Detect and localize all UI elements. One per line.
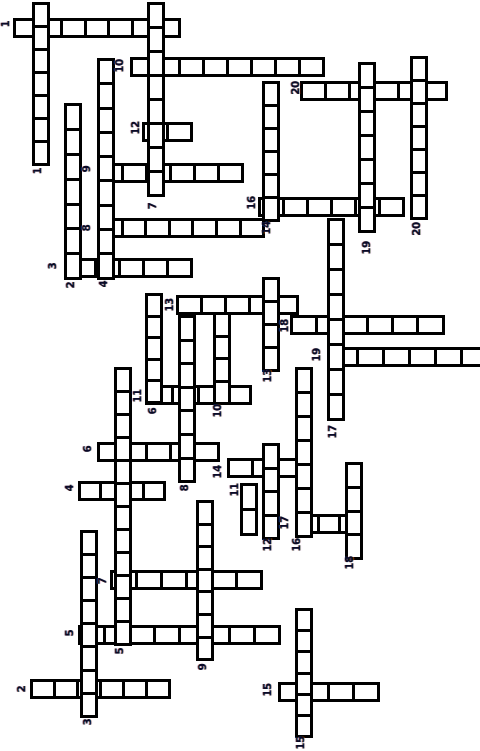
clue-number-6-horizontal: 6 bbox=[78, 440, 96, 458]
answer-cell-19v-6[interactable] bbox=[361, 185, 373, 206]
clue-number-15-vertical: 15 bbox=[291, 734, 309, 751]
word-16-horizontal bbox=[258, 197, 405, 217]
answer-cell-14v-3[interactable] bbox=[265, 130, 277, 150]
word-17-vertical bbox=[327, 218, 345, 421]
answer-cell-5v-10[interactable] bbox=[117, 577, 129, 597]
clue-number-1-vertical: 1 bbox=[28, 162, 46, 180]
answer-cell-9h-6[interactable] bbox=[220, 166, 241, 180]
answer-cell-18v-1[interactable] bbox=[348, 465, 360, 486]
answer-cell-10h-4[interactable] bbox=[205, 60, 226, 74]
answer-cell-8v-4[interactable] bbox=[181, 389, 193, 410]
word-15-horizontal bbox=[278, 682, 380, 702]
answer-cell-19v-5[interactable] bbox=[361, 161, 373, 182]
answer-cell-3h-5[interactable] bbox=[169, 261, 190, 275]
answer-cell-11v-2[interactable] bbox=[243, 511, 255, 533]
answer-cell-10v-1[interactable] bbox=[216, 315, 228, 335]
answer-cell-19h-3[interactable] bbox=[385, 350, 408, 364]
clue-number-20-vertical: 20 bbox=[407, 220, 425, 238]
answer-cell-2v-7[interactable] bbox=[67, 255, 79, 277]
answer-cell-5v-3[interactable] bbox=[117, 416, 129, 436]
answer-cell-2v-4[interactable] bbox=[67, 181, 79, 203]
answer-cell-16v-7[interactable] bbox=[298, 514, 310, 535]
answer-cell-9h-4[interactable] bbox=[172, 166, 193, 180]
clue-number-14-vertical: 14 bbox=[257, 219, 275, 237]
answer-cell-3v-1[interactable] bbox=[83, 533, 95, 553]
answer-cell-3h-3[interactable] bbox=[121, 261, 142, 275]
answer-cell-5v-4[interactable] bbox=[117, 439, 129, 459]
answer-cell-20v-4[interactable] bbox=[413, 128, 425, 148]
answer-cell-17v-4[interactable] bbox=[330, 296, 342, 318]
answer-cell-16h-6[interactable] bbox=[381, 200, 402, 214]
answer-cell-2h-4[interactable] bbox=[102, 682, 122, 696]
answer-cell-5v-8[interactable] bbox=[117, 531, 129, 551]
answer-cell-6v-5[interactable] bbox=[148, 382, 160, 401]
clue-number-13-vertical: 13 bbox=[258, 367, 276, 385]
answer-cell-10h-8[interactable] bbox=[301, 60, 322, 74]
answer-cell-1v-5[interactable] bbox=[35, 97, 47, 117]
answer-cell-9h-2[interactable] bbox=[124, 166, 145, 180]
clue-number-18-vertical: 18 bbox=[340, 554, 358, 572]
answer-cell-5h-7[interactable] bbox=[231, 628, 253, 642]
answer-cell-19v-3[interactable] bbox=[361, 113, 373, 134]
clue-number-3-vertical: 3 bbox=[78, 713, 96, 731]
answer-cell-1v-1[interactable] bbox=[35, 5, 47, 25]
answer-cell-5v-9[interactable] bbox=[117, 554, 129, 574]
answer-cell-2h-2[interactable] bbox=[56, 682, 76, 696]
answer-cell-4v-8[interactable] bbox=[100, 231, 112, 252]
clue-number-5-horizontal: 5 bbox=[60, 624, 78, 642]
word-13-horizontal bbox=[176, 295, 299, 315]
clue-number-17-horizontal: 17 bbox=[275, 514, 293, 532]
crossword-board: 1102012916831318191161441775215174201914… bbox=[0, 0, 480, 751]
clue-number-8-vertical: 8 bbox=[175, 479, 193, 497]
answer-cell-15v-5[interactable] bbox=[298, 696, 310, 714]
answer-cell-7v-3[interactable] bbox=[150, 53, 162, 74]
answer-cell-19h-6[interactable] bbox=[463, 350, 480, 364]
word-19-vertical bbox=[358, 62, 376, 233]
clue-number-10-horizontal: 10 bbox=[110, 57, 128, 75]
answer-cell-20v-6[interactable] bbox=[413, 174, 425, 194]
answer-cell-7v-7[interactable] bbox=[150, 149, 162, 170]
answer-cell-18h-6[interactable] bbox=[419, 318, 441, 332]
clue-number-12-vertical: 12 bbox=[258, 536, 276, 554]
answer-cell-3v-7[interactable] bbox=[83, 672, 95, 692]
word-16-vertical bbox=[295, 367, 313, 538]
answer-cell-15h-3[interactable] bbox=[330, 685, 352, 699]
word-3-vertical bbox=[80, 530, 98, 718]
answer-cell-6h-5[interactable] bbox=[196, 445, 217, 459]
answer-cell-19h-5[interactable] bbox=[437, 350, 460, 364]
word-10-vertical bbox=[213, 312, 231, 405]
answer-cell-9v-4[interactable] bbox=[199, 571, 211, 591]
answer-cell-8h-6[interactable] bbox=[218, 221, 239, 235]
clue-number-13-horizontal: 13 bbox=[160, 296, 178, 314]
answer-cell-20v-2[interactable] bbox=[413, 82, 425, 102]
answer-cell-16h-4[interactable] bbox=[333, 200, 354, 214]
answer-cell-18h-5[interactable] bbox=[394, 318, 416, 332]
answer-cell-12v-2[interactable] bbox=[265, 470, 277, 491]
answer-cell-5v-11[interactable] bbox=[117, 600, 129, 620]
answer-cell-1h-3[interactable] bbox=[63, 21, 84, 35]
word-2-horizontal bbox=[30, 679, 171, 699]
answer-cell-19v-1[interactable] bbox=[361, 65, 373, 86]
clue-number-18-horizontal: 18 bbox=[275, 317, 293, 335]
answer-cell-15h-4[interactable] bbox=[355, 685, 377, 699]
answer-cell-19h-2[interactable] bbox=[359, 350, 382, 364]
answer-cell-4v-2[interactable] bbox=[100, 85, 112, 106]
answer-cell-19v-7[interactable] bbox=[361, 209, 373, 230]
answer-cell-10v-3[interactable] bbox=[216, 360, 228, 380]
answer-cell-9v-1[interactable] bbox=[199, 503, 211, 523]
answer-cell-14v-2[interactable] bbox=[265, 107, 277, 127]
answer-cell-5h-3[interactable] bbox=[131, 628, 153, 642]
answer-cell-5h-4[interactable] bbox=[156, 628, 178, 642]
answer-cell-8h-3[interactable] bbox=[147, 221, 168, 235]
clue-number-16-vertical: 16 bbox=[287, 536, 305, 554]
answer-cell-1v-2[interactable] bbox=[35, 28, 47, 48]
answer-cell-2h-6[interactable] bbox=[148, 682, 168, 696]
answer-cell-8v-6[interactable] bbox=[181, 436, 193, 457]
answer-cell-9h-5[interactable] bbox=[196, 166, 217, 180]
answer-cell-1h-4[interactable] bbox=[87, 21, 108, 35]
answer-cell-4h-1[interactable] bbox=[81, 484, 99, 498]
answer-cell-13h-3[interactable] bbox=[227, 298, 248, 312]
answer-cell-16v-2[interactable] bbox=[298, 394, 310, 415]
answer-cell-8v-1[interactable] bbox=[181, 318, 193, 339]
word-14-vertical bbox=[262, 81, 280, 222]
answer-cell-16v-6[interactable] bbox=[298, 490, 310, 511]
answer-cell-7v-6[interactable] bbox=[150, 125, 162, 146]
word-8-horizontal bbox=[97, 218, 265, 238]
clue-number-6-vertical: 6 bbox=[143, 402, 161, 420]
clue-number-7-vertical: 7 bbox=[143, 197, 161, 215]
answer-cell-17v-3[interactable] bbox=[330, 271, 342, 293]
answer-cell-4v-7[interactable] bbox=[100, 207, 112, 228]
clue-number-2-horizontal: 2 bbox=[12, 680, 30, 698]
answer-cell-9v-5[interactable] bbox=[199, 593, 211, 613]
clue-number-8-horizontal: 8 bbox=[77, 219, 95, 237]
answer-cell-8v-5[interactable] bbox=[181, 412, 193, 433]
word-5-vertical bbox=[114, 367, 132, 646]
answer-cell-15v-2[interactable] bbox=[298, 632, 310, 650]
word-7-horizontal bbox=[110, 570, 263, 590]
answer-cell-20h-2[interactable] bbox=[327, 84, 348, 98]
clue-number-7-horizontal: 7 bbox=[93, 572, 111, 590]
answer-cell-2h-1[interactable] bbox=[33, 682, 53, 696]
answer-cell-8h-4[interactable] bbox=[171, 221, 192, 235]
answer-cell-5h-8[interactable] bbox=[256, 628, 278, 642]
answer-cell-4v-6[interactable] bbox=[100, 182, 112, 203]
answer-cell-14h-1[interactable] bbox=[230, 461, 251, 475]
answer-cell-2v-1[interactable] bbox=[67, 106, 79, 128]
answer-cell-13h-2[interactable] bbox=[203, 298, 224, 312]
answer-cell-19h-4[interactable] bbox=[411, 350, 434, 364]
clue-number-19-horizontal: 19 bbox=[307, 346, 325, 364]
answer-cell-3v-6[interactable] bbox=[83, 648, 95, 668]
answer-cell-15v-6[interactable] bbox=[298, 717, 310, 735]
answer-cell-3h-4[interactable] bbox=[145, 261, 166, 275]
word-18-vertical bbox=[345, 462, 363, 560]
answer-cell-18v-2[interactable] bbox=[348, 489, 360, 510]
answer-cell-4v-3[interactable] bbox=[100, 110, 112, 131]
clue-number-11-vertical: 11 bbox=[225, 481, 243, 499]
answer-cell-8v-7[interactable] bbox=[181, 460, 193, 481]
word-9-horizontal bbox=[97, 163, 244, 183]
word-20-vertical bbox=[410, 56, 428, 220]
answer-cell-14v-1[interactable] bbox=[265, 84, 277, 104]
clue-number-20-horizontal: 20 bbox=[286, 79, 304, 97]
answer-cell-20v-1[interactable] bbox=[413, 59, 425, 79]
answer-cell-19v-2[interactable] bbox=[361, 89, 373, 110]
answer-cell-16v-3[interactable] bbox=[298, 418, 310, 439]
clue-number-12-horizontal: 12 bbox=[126, 119, 144, 137]
answer-cell-3v-4[interactable] bbox=[83, 602, 95, 622]
answer-cell-7h-6[interactable] bbox=[238, 573, 260, 587]
answer-cell-6v-2[interactable] bbox=[148, 318, 160, 337]
word-8-vertical bbox=[178, 315, 196, 483]
answer-cell-4v-9[interactable] bbox=[100, 255, 112, 276]
answer-cell-10h-5[interactable] bbox=[229, 60, 250, 74]
clue-number-4-horizontal: 4 bbox=[60, 479, 78, 497]
answer-cell-16h-2[interactable] bbox=[285, 200, 306, 214]
clue-number-9-vertical: 9 bbox=[193, 658, 211, 676]
clue-number-1-horizontal: 1 bbox=[0, 15, 14, 33]
answer-cell-10v-4[interactable] bbox=[216, 383, 228, 403]
clue-number-14-horizontal: 14 bbox=[208, 463, 226, 481]
answer-cell-17v-2[interactable] bbox=[330, 246, 342, 268]
answer-cell-18h-1[interactable] bbox=[293, 318, 315, 332]
clue-number-9-horizontal: 9 bbox=[77, 160, 95, 178]
answer-cell-16v-1[interactable] bbox=[298, 370, 310, 391]
answer-cell-17h-2[interactable] bbox=[320, 517, 339, 531]
answer-cell-9v-3[interactable] bbox=[199, 548, 211, 568]
answer-cell-6v-3[interactable] bbox=[148, 339, 160, 358]
word-18-horizontal bbox=[290, 315, 445, 335]
answer-cell-1v-7[interactable] bbox=[35, 143, 47, 163]
clue-number-17-vertical: 17 bbox=[323, 423, 341, 441]
answer-cell-2h-5[interactable] bbox=[125, 682, 145, 696]
answer-cell-20h-4[interactable] bbox=[376, 84, 397, 98]
clue-number-3-horizontal: 3 bbox=[43, 257, 61, 275]
answer-cell-6v-1[interactable] bbox=[148, 296, 160, 315]
answer-cell-20h-1[interactable] bbox=[303, 84, 324, 98]
clue-number-15-horizontal: 15 bbox=[258, 681, 276, 699]
answer-cell-7h-2[interactable] bbox=[138, 573, 160, 587]
answer-cell-5v-6[interactable] bbox=[117, 485, 129, 505]
clue-number-2-vertical: 2 bbox=[61, 276, 79, 294]
answer-cell-8h-2[interactable] bbox=[124, 221, 145, 235]
answer-cell-17v-8[interactable] bbox=[330, 396, 342, 418]
answer-cell-13h-1[interactable] bbox=[179, 298, 200, 312]
answer-cell-5v-7[interactable] bbox=[117, 508, 129, 528]
answer-cell-6v-4[interactable] bbox=[148, 361, 160, 380]
answer-cell-2v-2[interactable] bbox=[67, 131, 79, 153]
answer-cell-12h-2[interactable] bbox=[169, 125, 190, 139]
word-7-vertical bbox=[147, 2, 165, 197]
answer-cell-3v-8[interactable] bbox=[83, 695, 95, 715]
answer-cell-1v-4[interactable] bbox=[35, 74, 47, 94]
answer-cell-8v-2[interactable] bbox=[181, 342, 193, 363]
answer-cell-20v-7[interactable] bbox=[413, 197, 425, 217]
answer-cell-11v-1[interactable] bbox=[243, 486, 255, 508]
answer-cell-7v-8[interactable] bbox=[150, 173, 162, 194]
answer-cell-14v-6[interactable] bbox=[265, 199, 277, 219]
answer-cell-17v-1[interactable] bbox=[330, 221, 342, 243]
answer-cell-18v-3[interactable] bbox=[348, 513, 360, 534]
answer-cell-10h-7[interactable] bbox=[277, 60, 298, 74]
answer-cell-18h-4[interactable] bbox=[369, 318, 391, 332]
answer-cell-17v-5[interactable] bbox=[330, 321, 342, 343]
answer-cell-7h-3[interactable] bbox=[163, 573, 185, 587]
answer-cell-4v-5[interactable] bbox=[100, 158, 112, 179]
answer-cell-13v-1[interactable] bbox=[265, 280, 277, 300]
answer-cell-8h-5[interactable] bbox=[194, 221, 215, 235]
answer-cell-14v-4[interactable] bbox=[265, 153, 277, 173]
answer-cell-15v-3[interactable] bbox=[298, 653, 310, 671]
answer-cell-7v-5[interactable] bbox=[150, 101, 162, 122]
answer-cell-17v-6[interactable] bbox=[330, 346, 342, 368]
answer-cell-7v-1[interactable] bbox=[150, 5, 162, 26]
answer-cell-6h-3[interactable] bbox=[148, 445, 169, 459]
answer-cell-1h-5[interactable] bbox=[110, 21, 131, 35]
answer-cell-15v-4[interactable] bbox=[298, 675, 310, 693]
clue-number-4-vertical: 4 bbox=[94, 275, 112, 293]
clue-number-19-vertical: 19 bbox=[357, 239, 375, 257]
word-4-vertical bbox=[97, 58, 115, 280]
answer-cell-19v-4[interactable] bbox=[361, 137, 373, 158]
answer-cell-9v-6[interactable] bbox=[199, 616, 211, 636]
answer-cell-5v-5[interactable] bbox=[117, 462, 129, 482]
answer-cell-16h-3[interactable] bbox=[309, 200, 330, 214]
answer-cell-4h-4[interactable] bbox=[145, 484, 163, 498]
answer-cell-8v-3[interactable] bbox=[181, 365, 193, 386]
answer-cell-1v-3[interactable] bbox=[35, 51, 47, 71]
word-2-vertical bbox=[64, 103, 82, 280]
answer-cell-10h-3[interactable] bbox=[181, 60, 202, 74]
answer-cell-12v-1[interactable] bbox=[265, 446, 277, 467]
answer-cell-10v-2[interactable] bbox=[216, 338, 228, 358]
clue-number-10-vertical: 10 bbox=[208, 402, 226, 420]
word-19-horizontal bbox=[330, 347, 480, 367]
answer-cell-9v-2[interactable] bbox=[199, 526, 211, 546]
answer-cell-10h-6[interactable] bbox=[253, 60, 274, 74]
answer-cell-7h-5[interactable] bbox=[213, 573, 235, 587]
clue-number-16-horizontal: 16 bbox=[242, 194, 260, 212]
answer-cell-13v-4[interactable] bbox=[265, 349, 277, 369]
word-9-vertical bbox=[196, 500, 214, 661]
answer-cell-16v-4[interactable] bbox=[298, 442, 310, 463]
answer-cell-7v-2[interactable] bbox=[150, 29, 162, 50]
answer-cell-14v-5[interactable] bbox=[265, 176, 277, 196]
answer-cell-7v-4[interactable] bbox=[150, 77, 162, 98]
answer-cell-12v-3[interactable] bbox=[265, 493, 277, 514]
answer-cell-17v-7[interactable] bbox=[330, 371, 342, 393]
answer-cell-16v-5[interactable] bbox=[298, 466, 310, 487]
word-15-vertical bbox=[295, 608, 313, 738]
word-1-vertical bbox=[32, 2, 50, 166]
answer-cell-15v-1[interactable] bbox=[298, 611, 310, 629]
answer-cell-5v-12[interactable] bbox=[117, 623, 129, 643]
answer-cell-1v-6[interactable] bbox=[35, 120, 47, 140]
answer-cell-20v-5[interactable] bbox=[413, 151, 425, 171]
answer-cell-4v-4[interactable] bbox=[100, 134, 112, 155]
word-3-horizontal bbox=[70, 258, 193, 278]
answer-cell-20v-3[interactable] bbox=[413, 105, 425, 125]
answer-cell-9v-7[interactable] bbox=[199, 639, 211, 659]
clue-number-5-vertical: 5 bbox=[110, 642, 128, 660]
answer-cell-3v-5[interactable] bbox=[83, 625, 95, 645]
word-5-horizontal bbox=[78, 625, 281, 645]
answer-cell-18h-3[interactable] bbox=[344, 318, 366, 332]
